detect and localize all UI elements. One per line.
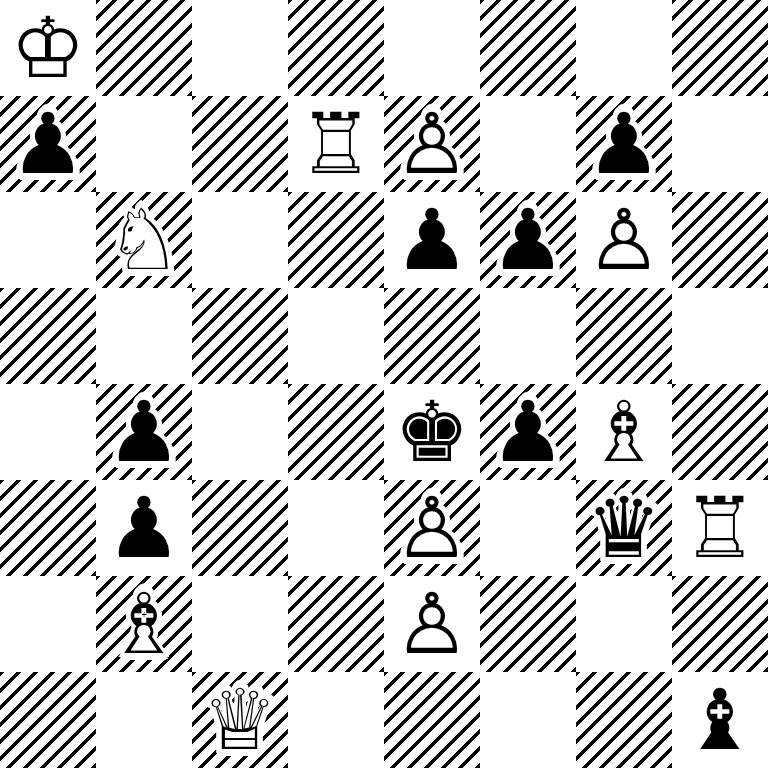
chess-board: ♚♔♟♟♜♖♟♙♟♟♞♘♟♟♟♟♟♙♟♟♚♚♟♟♝♗♟♟♟♙♛♛♜♖♝♗♟♙♛♕…: [0, 0, 768, 768]
white-bishop: ♗: [96, 576, 192, 672]
black-queen: ♛: [576, 480, 672, 576]
black-pawn: ♟: [480, 192, 576, 288]
black-bishop: ♝: [672, 672, 768, 768]
square-f1[interactable]: [480, 672, 576, 768]
square-h3[interactable]: ♜♖: [672, 480, 768, 576]
square-d5[interactable]: [288, 288, 384, 384]
square-f5[interactable]: [480, 288, 576, 384]
square-b4[interactable]: ♟♟: [96, 384, 192, 480]
square-e3[interactable]: ♟♙: [384, 480, 480, 576]
white-pawn: ♙: [384, 576, 480, 672]
square-e6[interactable]: ♟♟: [384, 192, 480, 288]
square-d4[interactable]: [288, 384, 384, 480]
square-a6[interactable]: [0, 192, 96, 288]
square-e1[interactable]: [384, 672, 480, 768]
square-c3[interactable]: [192, 480, 288, 576]
square-g5[interactable]: [576, 288, 672, 384]
square-h7[interactable]: [672, 96, 768, 192]
square-f8[interactable]: [480, 0, 576, 96]
square-b6[interactable]: ♞♘: [96, 192, 192, 288]
square-h2[interactable]: [672, 576, 768, 672]
square-c6[interactable]: [192, 192, 288, 288]
square-g4[interactable]: ♝♗: [576, 384, 672, 480]
square-a4[interactable]: [0, 384, 96, 480]
square-f4[interactable]: ♟♟: [480, 384, 576, 480]
square-c7[interactable]: [192, 96, 288, 192]
square-b3[interactable]: ♟♟: [96, 480, 192, 576]
square-h8[interactable]: [672, 0, 768, 96]
square-d3[interactable]: [288, 480, 384, 576]
square-d8[interactable]: [288, 0, 384, 96]
square-f3[interactable]: [480, 480, 576, 576]
square-e8[interactable]: [384, 0, 480, 96]
square-c1[interactable]: ♛♕: [192, 672, 288, 768]
square-a1[interactable]: [0, 672, 96, 768]
square-f6[interactable]: ♟♟: [480, 192, 576, 288]
white-knight: ♘: [96, 192, 192, 288]
square-a2[interactable]: [0, 576, 96, 672]
square-d6[interactable]: [288, 192, 384, 288]
square-e7[interactable]: ♟♙: [384, 96, 480, 192]
white-king: ♔: [0, 0, 96, 96]
square-h5[interactable]: [672, 288, 768, 384]
square-h1[interactable]: ♝♝: [672, 672, 768, 768]
black-pawn: ♟: [96, 384, 192, 480]
white-rook: ♖: [672, 480, 768, 576]
black-pawn: ♟: [384, 192, 480, 288]
white-pawn: ♙: [384, 96, 480, 192]
black-king: ♚: [384, 384, 480, 480]
white-pawn: ♙: [576, 192, 672, 288]
square-a8[interactable]: ♚♔: [0, 0, 96, 96]
square-a5[interactable]: [0, 288, 96, 384]
square-c8[interactable]: [192, 0, 288, 96]
square-d2[interactable]: [288, 576, 384, 672]
square-g7[interactable]: ♟♟: [576, 96, 672, 192]
square-d1[interactable]: [288, 672, 384, 768]
square-g8[interactable]: [576, 0, 672, 96]
square-f7[interactable]: [480, 96, 576, 192]
white-rook: ♖: [288, 96, 384, 192]
square-g3[interactable]: ♛♛: [576, 480, 672, 576]
square-e4[interactable]: ♚♚: [384, 384, 480, 480]
square-g2[interactable]: [576, 576, 672, 672]
square-a3[interactable]: [0, 480, 96, 576]
white-pawn: ♙: [384, 480, 480, 576]
square-c2[interactable]: [192, 576, 288, 672]
black-pawn: ♟: [0, 96, 96, 192]
square-c4[interactable]: [192, 384, 288, 480]
square-a7[interactable]: ♟♟: [0, 96, 96, 192]
square-e2[interactable]: ♟♙: [384, 576, 480, 672]
white-queen: ♕: [192, 672, 288, 768]
square-g6[interactable]: ♟♙: [576, 192, 672, 288]
square-d7[interactable]: ♜♖: [288, 96, 384, 192]
square-h6[interactable]: [672, 192, 768, 288]
square-e5[interactable]: [384, 288, 480, 384]
black-pawn: ♟: [576, 96, 672, 192]
square-h4[interactable]: [672, 384, 768, 480]
square-b2[interactable]: ♝♗: [96, 576, 192, 672]
square-b1[interactable]: [96, 672, 192, 768]
square-c5[interactable]: [192, 288, 288, 384]
black-pawn: ♟: [96, 480, 192, 576]
black-pawn: ♟: [480, 384, 576, 480]
square-f2[interactable]: [480, 576, 576, 672]
square-b7[interactable]: [96, 96, 192, 192]
square-b8[interactable]: [96, 0, 192, 96]
square-g1[interactable]: [576, 672, 672, 768]
square-b5[interactable]: [96, 288, 192, 384]
white-bishop: ♗: [576, 384, 672, 480]
